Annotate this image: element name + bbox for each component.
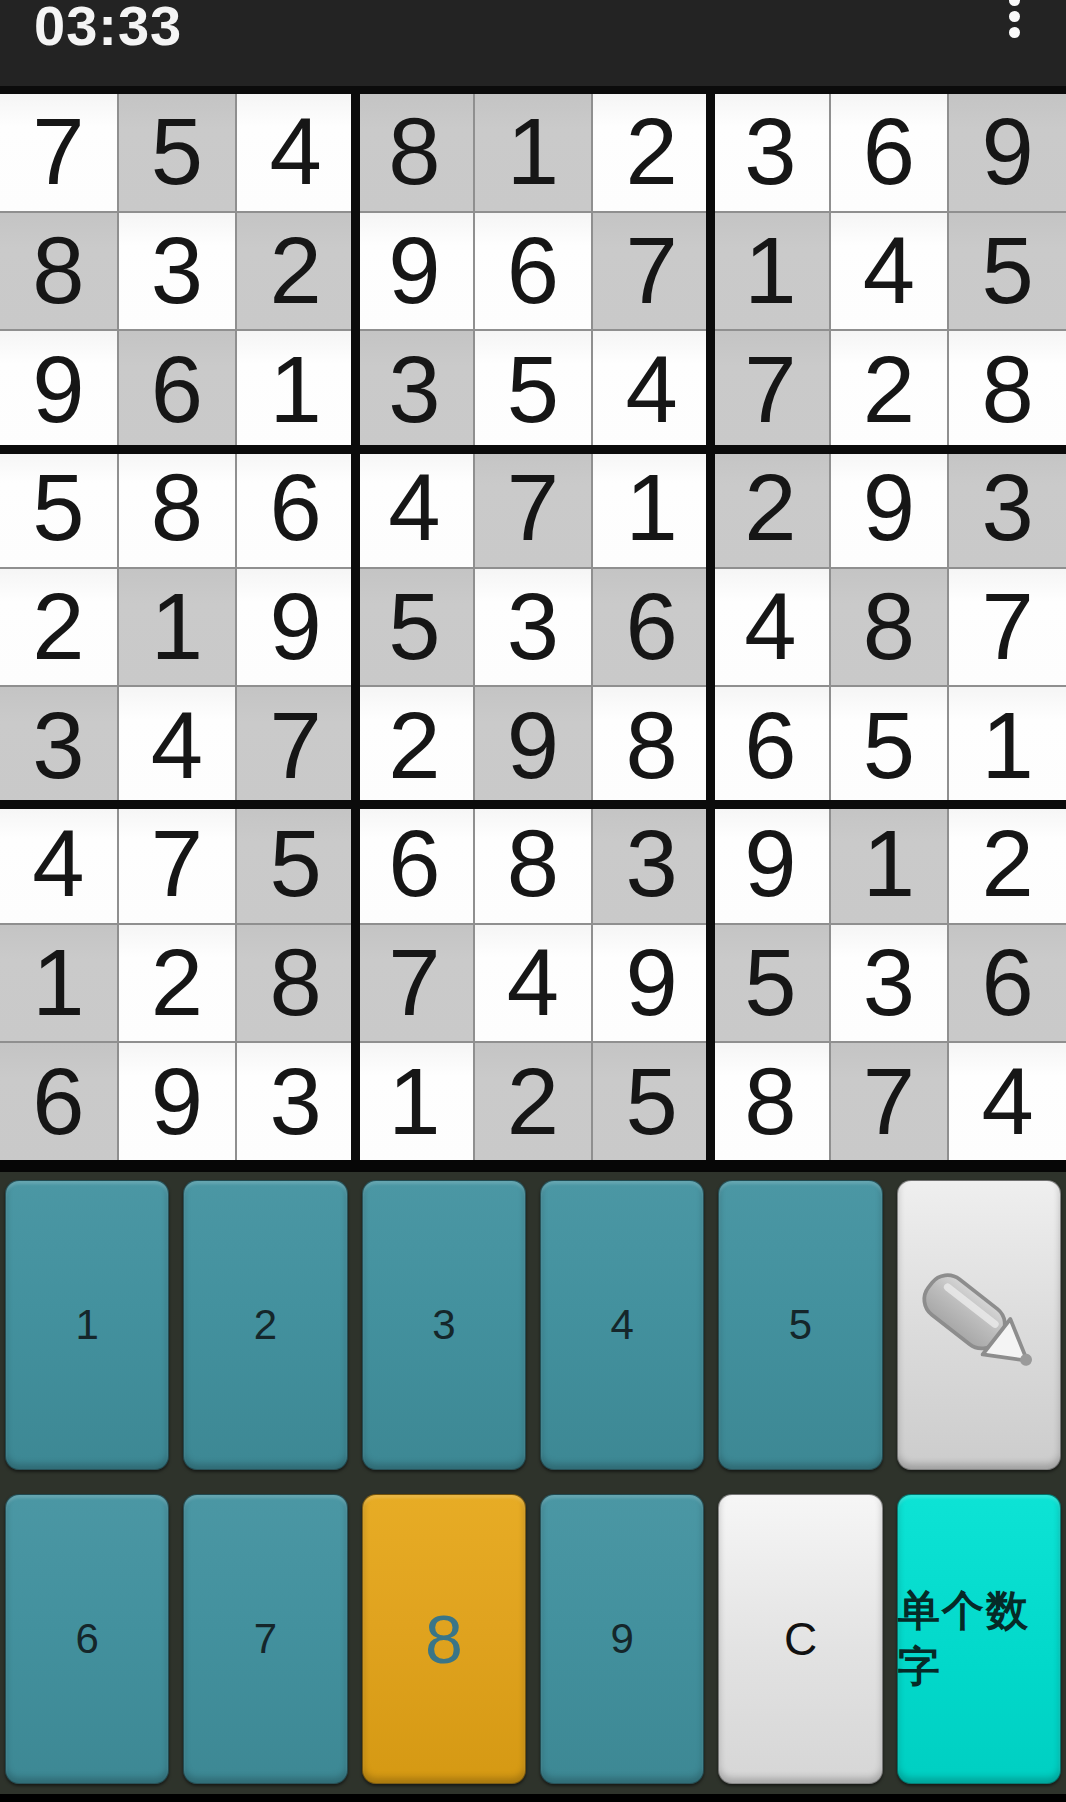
sudoku-cell-r3c7[interactable]: 7: [712, 331, 829, 448]
sudoku-cell-r6c5[interactable]: 9: [475, 687, 592, 804]
sudoku-cell-r3c5[interactable]: 5: [475, 331, 592, 448]
sudoku-cell-r2c9[interactable]: 5: [949, 213, 1066, 330]
sudoku-cell-r9c9[interactable]: 4: [949, 1043, 1066, 1160]
sudoku-cell-r7c3[interactable]: 5: [237, 806, 354, 923]
sudoku-cell-r2c2[interactable]: 3: [119, 213, 236, 330]
sudoku-cell-r3c6[interactable]: 4: [593, 331, 710, 448]
sudoku-cell-r7c1[interactable]: 4: [0, 806, 117, 923]
sudoku-cell-r7c9[interactable]: 2: [949, 806, 1066, 923]
sudoku-board: 7548123698329671459613547285864712932195…: [0, 94, 1066, 1160]
sudoku-cell-r1c5[interactable]: 1: [475, 94, 592, 211]
sudoku-cell-r5c2[interactable]: 1: [119, 569, 236, 686]
keypad-digit-5[interactable]: 5: [718, 1180, 882, 1470]
sudoku-cell-r6c3[interactable]: 7: [237, 687, 354, 804]
sudoku-cell-r9c8[interactable]: 7: [831, 1043, 948, 1160]
sudoku-cell-r7c6[interactable]: 3: [593, 806, 710, 923]
sudoku-cell-r4c4[interactable]: 4: [356, 450, 473, 567]
sudoku-cell-r7c2[interactable]: 7: [119, 806, 236, 923]
sudoku-cell-r8c2[interactable]: 2: [119, 925, 236, 1042]
sudoku-cell-r3c8[interactable]: 2: [831, 331, 948, 448]
sudoku-cell-r8c3[interactable]: 8: [237, 925, 354, 1042]
keypad-digit-4[interactable]: 4: [540, 1180, 704, 1470]
sudoku-cell-r3c3[interactable]: 1: [237, 331, 354, 448]
status-bar: 03:33: [0, 0, 1066, 86]
menu-dot-icon: [1009, 27, 1020, 38]
box-border-vertical-1: [351, 94, 360, 1160]
sudoku-cell-r6c9[interactable]: 1: [949, 687, 1066, 804]
sudoku-cell-r9c2[interactable]: 9: [119, 1043, 236, 1160]
sudoku-cell-r1c3[interactable]: 4: [237, 94, 354, 211]
keypad-digit-9[interactable]: 9: [540, 1494, 704, 1784]
menu-dot-icon: [1009, 0, 1020, 6]
sudoku-cell-r2c5[interactable]: 6: [475, 213, 592, 330]
sudoku-cell-r8c5[interactable]: 4: [475, 925, 592, 1042]
sudoku-cell-r1c9[interactable]: 9: [949, 94, 1066, 211]
box-border-horizontal-2: [0, 800, 1066, 809]
sudoku-cell-r8c1[interactable]: 1: [0, 925, 117, 1042]
sudoku-cell-r1c6[interactable]: 2: [593, 94, 710, 211]
sudoku-cell-r1c7[interactable]: 3: [712, 94, 829, 211]
single-digit-mode-button[interactable]: 单个数字: [897, 1494, 1061, 1784]
game-timer: 03:33: [34, 0, 182, 58]
overflow-menu-button[interactable]: [1002, 0, 1026, 55]
sudoku-cell-r4c7[interactable]: 2: [712, 450, 829, 567]
sudoku-cell-r9c1[interactable]: 6: [0, 1043, 117, 1160]
sudoku-cell-r5c3[interactable]: 9: [237, 569, 354, 686]
sudoku-cell-r4c5[interactable]: 7: [475, 450, 592, 567]
sudoku-cell-r8c9[interactable]: 6: [949, 925, 1066, 1042]
keypad-digit-6[interactable]: 6: [5, 1494, 169, 1784]
sudoku-cell-r5c7[interactable]: 4: [712, 569, 829, 686]
keypad: 12345 6789C单个数字: [0, 1172, 1066, 1802]
menu-dot-icon: [1009, 11, 1020, 22]
sudoku-cell-r2c7[interactable]: 1: [712, 213, 829, 330]
sudoku-cell-r4c8[interactable]: 9: [831, 450, 948, 567]
sudoku-cell-r4c2[interactable]: 8: [119, 450, 236, 567]
box-border-vertical-2: [706, 94, 715, 1160]
sudoku-cell-r9c3[interactable]: 3: [237, 1043, 354, 1160]
sudoku-app-screen: 03:33 7548123698329671459613547285864712…: [0, 0, 1066, 1802]
sudoku-cell-r3c9[interactable]: 8: [949, 331, 1066, 448]
sudoku-cell-r8c8[interactable]: 3: [831, 925, 948, 1042]
sudoku-cell-r6c1[interactable]: 3: [0, 687, 117, 804]
sudoku-cell-r9c4[interactable]: 1: [356, 1043, 473, 1160]
sudoku-cell-r7c4[interactable]: 6: [356, 806, 473, 923]
sudoku-cell-r1c1[interactable]: 7: [0, 94, 117, 211]
sudoku-cell-r6c8[interactable]: 5: [831, 687, 948, 804]
sudoku-cell-r5c4[interactable]: 5: [356, 569, 473, 686]
sudoku-cell-r3c4[interactable]: 3: [356, 331, 473, 448]
sudoku-board-area: 7548123698329671459613547285864712932195…: [0, 86, 1066, 1172]
sudoku-cell-r4c9[interactable]: 3: [949, 450, 1066, 567]
sudoku-cell-r7c7[interactable]: 9: [712, 806, 829, 923]
sudoku-cell-r3c2[interactable]: 6: [119, 331, 236, 448]
sudoku-cell-r4c1[interactable]: 5: [0, 450, 117, 567]
pen-button[interactable]: [897, 1180, 1061, 1470]
sudoku-cell-r7c8[interactable]: 1: [831, 806, 948, 923]
sudoku-cell-r3c1[interactable]: 9: [0, 331, 117, 448]
sudoku-cell-r6c7[interactable]: 6: [712, 687, 829, 804]
sudoku-cell-r8c4[interactable]: 7: [356, 925, 473, 1042]
sudoku-cell-r8c6[interactable]: 9: [593, 925, 710, 1042]
sudoku-cell-r1c4[interactable]: 8: [356, 94, 473, 211]
box-border-horizontal-1: [0, 445, 1066, 454]
sudoku-cell-r2c4[interactable]: 9: [356, 213, 473, 330]
keypad-digit-8[interactable]: 8: [362, 1494, 526, 1784]
sudoku-cell-r6c2[interactable]: 4: [119, 687, 236, 804]
pencil-icon: [904, 1250, 1054, 1400]
sudoku-cell-r2c3[interactable]: 2: [237, 213, 354, 330]
sudoku-cell-r5c9[interactable]: 7: [949, 569, 1066, 686]
sudoku-cell-r4c6[interactable]: 1: [593, 450, 710, 567]
keypad-digit-1[interactable]: 1: [5, 1180, 169, 1470]
sudoku-cell-r1c2[interactable]: 5: [119, 94, 236, 211]
sudoku-cell-r5c1[interactable]: 2: [0, 569, 117, 686]
sudoku-cell-r8c7[interactable]: 5: [712, 925, 829, 1042]
sudoku-cell-r2c6[interactable]: 7: [593, 213, 710, 330]
sudoku-cell-r9c7[interactable]: 8: [712, 1043, 829, 1160]
clear-button[interactable]: C: [718, 1494, 882, 1784]
sudoku-cell-r4c3[interactable]: 6: [237, 450, 354, 567]
sudoku-cell-r6c4[interactable]: 2: [356, 687, 473, 804]
keypad-digit-3[interactable]: 3: [362, 1180, 526, 1470]
sudoku-cell-r5c8[interactable]: 8: [831, 569, 948, 686]
sudoku-cell-r9c6[interactable]: 5: [593, 1043, 710, 1160]
sudoku-cell-r2c8[interactable]: 4: [831, 213, 948, 330]
sudoku-cell-r2c1[interactable]: 8: [0, 213, 117, 330]
sudoku-cell-r5c5[interactable]: 3: [475, 569, 592, 686]
keypad-digit-2[interactable]: 2: [183, 1180, 347, 1470]
keypad-digit-7[interactable]: 7: [183, 1494, 347, 1784]
sudoku-cell-r1c8[interactable]: 6: [831, 94, 948, 211]
sudoku-cell-r7c5[interactable]: 8: [475, 806, 592, 923]
sudoku-cell-r9c5[interactable]: 2: [475, 1043, 592, 1160]
sudoku-cell-r5c6[interactable]: 6: [593, 569, 710, 686]
sudoku-cell-r6c6[interactable]: 8: [593, 687, 710, 804]
